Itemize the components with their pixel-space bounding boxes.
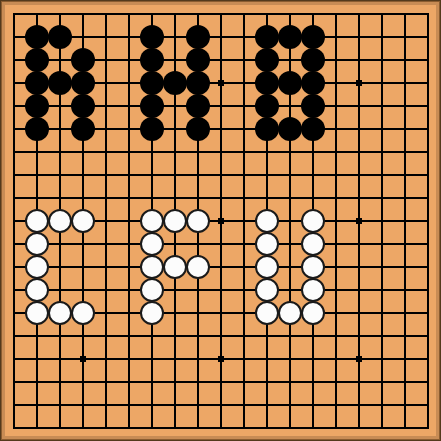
board-intersection[interactable] — [49, 279, 72, 302]
board-intersection[interactable] — [233, 417, 256, 440]
board-intersection[interactable] — [187, 256, 210, 279]
board-intersection[interactable] — [256, 141, 279, 164]
board-intersection[interactable] — [348, 279, 371, 302]
board-intersection[interactable] — [279, 49, 302, 72]
board-intersection[interactable] — [325, 187, 348, 210]
board-intersection[interactable] — [348, 371, 371, 394]
board-intersection[interactable] — [233, 95, 256, 118]
board-intersection[interactable] — [3, 164, 26, 187]
board-intersection[interactable] — [302, 95, 325, 118]
board-intersection[interactable] — [279, 118, 302, 141]
board-intersection[interactable] — [233, 325, 256, 348]
board-intersection[interactable] — [3, 26, 26, 49]
board-intersection[interactable] — [164, 164, 187, 187]
board-intersection[interactable] — [95, 371, 118, 394]
board-intersection[interactable] — [417, 417, 440, 440]
board-intersection[interactable] — [141, 187, 164, 210]
board-intersection[interactable] — [371, 118, 394, 141]
board-intersection[interactable] — [325, 26, 348, 49]
board-intersection[interactable] — [233, 371, 256, 394]
board-intersection[interactable] — [302, 348, 325, 371]
board-intersection[interactable] — [417, 26, 440, 49]
board-intersection[interactable] — [49, 118, 72, 141]
board-intersection[interactable] — [95, 417, 118, 440]
board-intersection[interactable] — [72, 233, 95, 256]
board-intersection[interactable] — [3, 118, 26, 141]
board-intersection[interactable] — [26, 141, 49, 164]
board-intersection[interactable] — [325, 394, 348, 417]
board-intersection[interactable] — [26, 394, 49, 417]
board-intersection[interactable] — [187, 26, 210, 49]
board-intersection[interactable] — [49, 3, 72, 26]
board-intersection[interactable] — [279, 417, 302, 440]
board-intersection[interactable] — [302, 72, 325, 95]
board-intersection[interactable] — [279, 394, 302, 417]
board-intersection[interactable] — [210, 394, 233, 417]
board-intersection[interactable] — [302, 164, 325, 187]
board-intersection[interactable] — [279, 141, 302, 164]
board-intersection[interactable] — [210, 302, 233, 325]
board-intersection[interactable] — [26, 417, 49, 440]
board-intersection[interactable] — [233, 348, 256, 371]
board-intersection[interactable] — [118, 256, 141, 279]
board-intersection[interactable] — [3, 417, 26, 440]
board-intersection[interactable] — [325, 417, 348, 440]
board-intersection[interactable] — [26, 348, 49, 371]
board-intersection[interactable] — [118, 348, 141, 371]
board-intersection[interactable] — [49, 233, 72, 256]
board-intersection[interactable] — [256, 187, 279, 210]
board-intersection[interactable] — [371, 210, 394, 233]
board-intersection[interactable] — [3, 72, 26, 95]
board-intersection[interactable] — [118, 394, 141, 417]
board-intersection[interactable] — [256, 233, 279, 256]
board-intersection[interactable] — [26, 233, 49, 256]
board-intersection[interactable] — [26, 187, 49, 210]
board-intersection[interactable] — [210, 256, 233, 279]
board-intersection[interactable] — [95, 141, 118, 164]
board-intersection[interactable] — [49, 164, 72, 187]
board-intersection[interactable] — [3, 210, 26, 233]
board-intersection[interactable] — [233, 256, 256, 279]
board-intersection[interactable] — [233, 394, 256, 417]
board-intersection[interactable] — [95, 26, 118, 49]
board-intersection[interactable] — [118, 210, 141, 233]
board-intersection[interactable] — [26, 210, 49, 233]
board-intersection[interactable] — [72, 417, 95, 440]
board-intersection[interactable] — [141, 256, 164, 279]
board-intersection[interactable] — [348, 118, 371, 141]
board-intersection[interactable] — [256, 118, 279, 141]
board-intersection[interactable] — [95, 325, 118, 348]
board-intersection[interactable] — [233, 279, 256, 302]
board-intersection[interactable] — [394, 187, 417, 210]
board-intersection[interactable] — [95, 233, 118, 256]
board-intersection[interactable] — [3, 233, 26, 256]
board-intersection[interactable] — [302, 417, 325, 440]
board-intersection[interactable] — [49, 348, 72, 371]
board-intersection[interactable] — [164, 187, 187, 210]
board-intersection[interactable] — [233, 210, 256, 233]
board-intersection[interactable] — [279, 279, 302, 302]
board-intersection[interactable] — [394, 371, 417, 394]
board-intersection[interactable] — [141, 164, 164, 187]
board-intersection[interactable] — [26, 302, 49, 325]
board-intersection[interactable] — [3, 95, 26, 118]
board-intersection[interactable] — [72, 256, 95, 279]
board-intersection[interactable] — [95, 3, 118, 26]
board-intersection[interactable] — [325, 3, 348, 26]
board-intersection[interactable] — [371, 394, 394, 417]
board-intersection[interactable] — [164, 3, 187, 26]
board-intersection[interactable] — [49, 26, 72, 49]
board-intersection[interactable] — [164, 233, 187, 256]
board-intersection[interactable] — [348, 210, 371, 233]
board-intersection[interactable] — [417, 72, 440, 95]
board-intersection[interactable] — [394, 95, 417, 118]
board-intersection[interactable] — [417, 256, 440, 279]
board-intersection[interactable] — [233, 26, 256, 49]
board-intersection[interactable] — [325, 233, 348, 256]
board-intersection[interactable] — [95, 49, 118, 72]
board-intersection[interactable] — [348, 141, 371, 164]
board-intersection[interactable] — [164, 325, 187, 348]
board-intersection[interactable] — [26, 95, 49, 118]
board-intersection[interactable] — [187, 3, 210, 26]
board-intersection[interactable] — [141, 3, 164, 26]
board-intersection[interactable] — [371, 302, 394, 325]
board-intersection[interactable] — [371, 72, 394, 95]
board-intersection[interactable] — [141, 141, 164, 164]
board-intersection[interactable] — [95, 210, 118, 233]
board-intersection[interactable] — [394, 256, 417, 279]
board-intersection[interactable] — [325, 141, 348, 164]
board-intersection[interactable] — [348, 187, 371, 210]
board-intersection[interactable] — [49, 371, 72, 394]
board-intersection[interactable] — [417, 325, 440, 348]
board-intersection[interactable] — [118, 187, 141, 210]
board-intersection[interactable] — [210, 325, 233, 348]
board-intersection[interactable] — [371, 164, 394, 187]
board-intersection[interactable] — [26, 164, 49, 187]
board-intersection[interactable] — [3, 279, 26, 302]
board-intersection[interactable] — [95, 72, 118, 95]
board-intersection[interactable] — [141, 26, 164, 49]
board-intersection[interactable] — [256, 348, 279, 371]
board-intersection[interactable] — [187, 72, 210, 95]
board-intersection[interactable] — [3, 256, 26, 279]
board-intersection[interactable] — [210, 26, 233, 49]
board-intersection[interactable] — [348, 348, 371, 371]
board-intersection[interactable] — [210, 72, 233, 95]
board-intersection[interactable] — [187, 187, 210, 210]
board-intersection[interactable] — [26, 279, 49, 302]
board-intersection[interactable] — [302, 3, 325, 26]
board-intersection[interactable] — [118, 26, 141, 49]
board-intersection[interactable] — [95, 164, 118, 187]
board-intersection[interactable] — [279, 233, 302, 256]
board-intersection[interactable] — [417, 348, 440, 371]
board-intersection[interactable] — [394, 348, 417, 371]
board-intersection[interactable] — [256, 302, 279, 325]
board-intersection[interactable] — [187, 141, 210, 164]
board-intersection[interactable] — [187, 118, 210, 141]
board-intersection[interactable] — [164, 141, 187, 164]
board-intersection[interactable] — [417, 233, 440, 256]
board-intersection[interactable] — [279, 302, 302, 325]
board-intersection[interactable] — [187, 302, 210, 325]
board-intersection[interactable] — [95, 187, 118, 210]
board-intersection[interactable] — [210, 95, 233, 118]
board-intersection[interactable] — [348, 256, 371, 279]
board-intersection[interactable] — [187, 325, 210, 348]
board-intersection[interactable] — [325, 164, 348, 187]
board-intersection[interactable] — [302, 279, 325, 302]
board-intersection[interactable] — [164, 417, 187, 440]
board-intersection[interactable] — [279, 210, 302, 233]
board-intersection[interactable] — [210, 233, 233, 256]
board-intersection[interactable] — [164, 26, 187, 49]
board-intersection[interactable] — [325, 371, 348, 394]
board-intersection[interactable] — [118, 302, 141, 325]
board-intersection[interactable] — [49, 210, 72, 233]
board-intersection[interactable] — [72, 95, 95, 118]
board-intersection[interactable] — [279, 348, 302, 371]
board-intersection[interactable] — [348, 394, 371, 417]
board-intersection[interactable] — [233, 72, 256, 95]
board-intersection[interactable] — [49, 141, 72, 164]
board-intersection[interactable] — [417, 302, 440, 325]
board-intersection[interactable] — [371, 348, 394, 371]
board-intersection[interactable] — [302, 141, 325, 164]
board-intersection[interactable] — [348, 417, 371, 440]
board-intersection[interactable] — [394, 279, 417, 302]
board-intersection[interactable] — [233, 302, 256, 325]
board-intersection[interactable] — [141, 325, 164, 348]
board-intersection[interactable] — [72, 141, 95, 164]
board-intersection[interactable] — [302, 325, 325, 348]
board-intersection[interactable] — [72, 302, 95, 325]
board-intersection[interactable] — [49, 394, 72, 417]
board-intersection[interactable] — [49, 302, 72, 325]
board-intersection[interactable] — [210, 187, 233, 210]
board-intersection[interactable] — [141, 118, 164, 141]
board-intersection[interactable] — [302, 49, 325, 72]
board-intersection[interactable] — [49, 325, 72, 348]
board-intersection[interactable] — [325, 348, 348, 371]
board-intersection[interactable] — [3, 394, 26, 417]
board-intersection[interactable] — [256, 49, 279, 72]
board-intersection[interactable] — [394, 118, 417, 141]
board-intersection[interactable] — [210, 141, 233, 164]
board-intersection[interactable] — [210, 348, 233, 371]
board-intersection[interactable] — [49, 417, 72, 440]
board-intersection[interactable] — [417, 95, 440, 118]
board-intersection[interactable] — [371, 371, 394, 394]
board-intersection[interactable] — [72, 325, 95, 348]
board-intersection[interactable] — [279, 26, 302, 49]
board-intersection[interactable] — [72, 279, 95, 302]
board-intersection[interactable] — [118, 233, 141, 256]
board-intersection[interactable] — [72, 26, 95, 49]
board-intersection[interactable] — [118, 371, 141, 394]
board-intersection[interactable] — [118, 3, 141, 26]
board-intersection[interactable] — [3, 187, 26, 210]
board-intersection[interactable] — [325, 49, 348, 72]
board-intersection[interactable] — [325, 210, 348, 233]
board-intersection[interactable] — [187, 164, 210, 187]
board-intersection[interactable] — [302, 233, 325, 256]
board-intersection[interactable] — [95, 279, 118, 302]
board-intersection[interactable] — [187, 49, 210, 72]
board-intersection[interactable] — [371, 3, 394, 26]
board-intersection[interactable] — [141, 279, 164, 302]
board-intersection[interactable] — [394, 417, 417, 440]
board-intersection[interactable] — [325, 256, 348, 279]
board-intersection[interactable] — [187, 371, 210, 394]
board-intersection[interactable] — [141, 210, 164, 233]
board-intersection[interactable] — [417, 118, 440, 141]
board-intersection[interactable] — [325, 302, 348, 325]
board-intersection[interactable] — [394, 72, 417, 95]
board-intersection[interactable] — [394, 302, 417, 325]
board-intersection[interactable] — [394, 233, 417, 256]
board-intersection[interactable] — [164, 95, 187, 118]
board-intersection[interactable] — [233, 118, 256, 141]
board-intersection[interactable] — [141, 72, 164, 95]
board-intersection[interactable] — [394, 26, 417, 49]
board-intersection[interactable] — [348, 49, 371, 72]
board-intersection[interactable] — [118, 95, 141, 118]
board-intersection[interactable] — [118, 417, 141, 440]
board-intersection[interactable] — [26, 118, 49, 141]
board-intersection[interactable] — [256, 371, 279, 394]
board-intersection[interactable] — [256, 164, 279, 187]
board-intersection[interactable] — [302, 256, 325, 279]
board-intersection[interactable] — [325, 118, 348, 141]
board-intersection[interactable] — [49, 187, 72, 210]
board-intersection[interactable] — [26, 256, 49, 279]
board-intersection[interactable] — [118, 325, 141, 348]
board-intersection[interactable] — [3, 325, 26, 348]
board-intersection[interactable] — [95, 95, 118, 118]
board-intersection[interactable] — [256, 95, 279, 118]
board-intersection[interactable] — [187, 233, 210, 256]
board-intersection[interactable] — [164, 118, 187, 141]
board-intersection[interactable] — [233, 164, 256, 187]
board-intersection[interactable] — [164, 348, 187, 371]
board-intersection[interactable] — [417, 187, 440, 210]
board-intersection[interactable] — [187, 394, 210, 417]
board-intersection[interactable] — [164, 49, 187, 72]
board-intersection[interactable] — [417, 371, 440, 394]
board-intersection[interactable] — [279, 72, 302, 95]
board-intersection[interactable] — [256, 279, 279, 302]
board-intersection[interactable] — [187, 417, 210, 440]
board-intersection[interactable] — [256, 3, 279, 26]
board-intersection[interactable] — [210, 118, 233, 141]
board-intersection[interactable] — [233, 141, 256, 164]
board-intersection[interactable] — [371, 325, 394, 348]
board-intersection[interactable] — [72, 3, 95, 26]
board-intersection[interactable] — [394, 49, 417, 72]
board-intersection[interactable] — [118, 118, 141, 141]
board-intersection[interactable] — [417, 164, 440, 187]
board-intersection[interactable] — [325, 279, 348, 302]
board-intersection[interactable] — [26, 3, 49, 26]
board-intersection[interactable] — [72, 210, 95, 233]
board-intersection[interactable] — [118, 141, 141, 164]
board-intersection[interactable] — [279, 371, 302, 394]
board-intersection[interactable] — [256, 210, 279, 233]
board-intersection[interactable] — [26, 72, 49, 95]
board-intersection[interactable] — [118, 49, 141, 72]
board-intersection[interactable] — [325, 325, 348, 348]
board-intersection[interactable] — [371, 279, 394, 302]
board-intersection[interactable] — [233, 187, 256, 210]
board-intersection[interactable] — [302, 302, 325, 325]
board-intersection[interactable] — [187, 95, 210, 118]
board-intersection[interactable] — [233, 233, 256, 256]
board-intersection[interactable] — [302, 371, 325, 394]
board-intersection[interactable] — [118, 72, 141, 95]
board-intersection[interactable] — [141, 348, 164, 371]
board-intersection[interactable] — [95, 348, 118, 371]
board-intersection[interactable] — [95, 302, 118, 325]
board-intersection[interactable] — [417, 210, 440, 233]
board-intersection[interactable] — [49, 256, 72, 279]
board-intersection[interactable] — [348, 233, 371, 256]
board-intersection[interactable] — [141, 394, 164, 417]
board-intersection[interactable] — [95, 394, 118, 417]
board-intersection[interactable] — [302, 118, 325, 141]
board-intersection[interactable] — [3, 302, 26, 325]
board-intersection[interactable] — [72, 49, 95, 72]
board-intersection[interactable] — [348, 302, 371, 325]
board-intersection[interactable] — [210, 417, 233, 440]
board-intersection[interactable] — [3, 141, 26, 164]
board-intersection[interactable] — [141, 95, 164, 118]
board-intersection[interactable] — [72, 348, 95, 371]
board-intersection[interactable] — [210, 49, 233, 72]
board-intersection[interactable] — [302, 26, 325, 49]
board-intersection[interactable] — [210, 279, 233, 302]
board-intersection[interactable] — [26, 49, 49, 72]
board-intersection[interactable] — [26, 371, 49, 394]
board-intersection[interactable] — [325, 95, 348, 118]
board-intersection[interactable] — [49, 72, 72, 95]
board-intersection[interactable] — [279, 187, 302, 210]
board-intersection[interactable] — [187, 210, 210, 233]
board-intersection[interactable] — [394, 141, 417, 164]
board-intersection[interactable] — [394, 3, 417, 26]
board-intersection[interactable] — [118, 279, 141, 302]
board-intersection[interactable] — [279, 164, 302, 187]
board-intersection[interactable] — [417, 3, 440, 26]
board-intersection[interactable] — [72, 187, 95, 210]
board-intersection[interactable] — [302, 187, 325, 210]
board-intersection[interactable] — [141, 49, 164, 72]
board-intersection[interactable] — [141, 371, 164, 394]
board-intersection[interactable] — [49, 95, 72, 118]
board-intersection[interactable] — [279, 3, 302, 26]
board-intersection[interactable] — [26, 325, 49, 348]
board-intersection[interactable] — [141, 302, 164, 325]
board-intersection[interactable] — [256, 325, 279, 348]
board-intersection[interactable] — [3, 348, 26, 371]
board-intersection[interactable] — [210, 3, 233, 26]
board-intersection[interactable] — [279, 325, 302, 348]
